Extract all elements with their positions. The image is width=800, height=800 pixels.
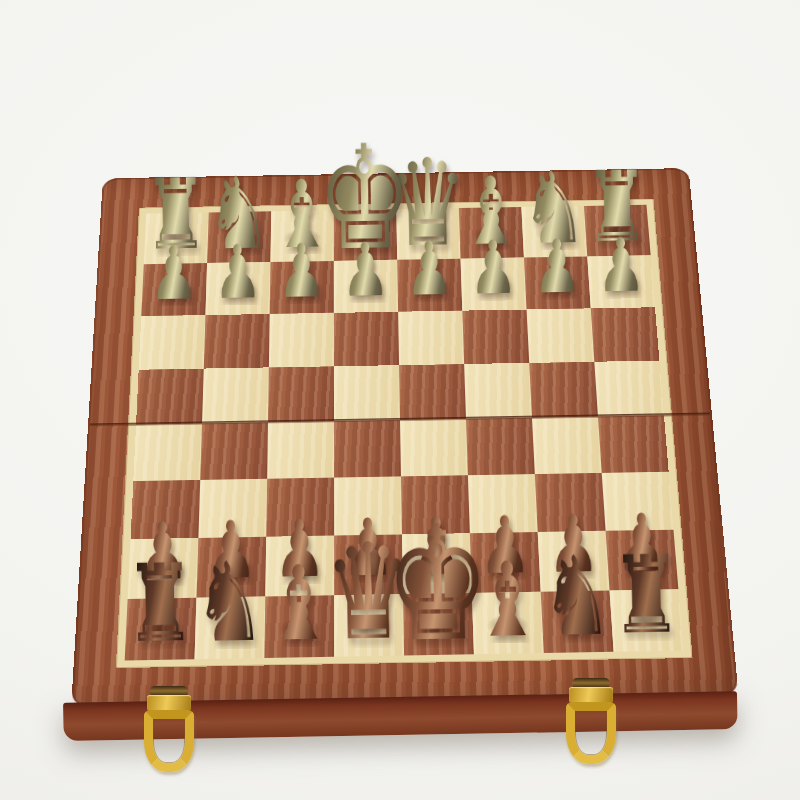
square-d4[interactable] [334, 420, 401, 478]
square-c1[interactable]: ♝ [264, 595, 334, 658]
board-perspective: ♜♞♝♚♛♝♞♜♟♟♟♟♟♟♟♟♟♟♟♟♟♟♟♟♜♞♝♛♚♝♞♜ [0, 0, 800, 800]
latch-left [142, 686, 196, 772]
square-e6[interactable] [398, 311, 464, 366]
square-c7[interactable]: ♟ [270, 261, 334, 314]
square-g1[interactable]: ♞ [541, 590, 614, 653]
square-g4[interactable] [532, 417, 602, 475]
board-frame: ♜♞♝♚♛♝♞♜♟♟♟♟♟♟♟♟♟♟♟♟♟♟♟♟♜♞♝♛♚♝♞♜ [71, 168, 739, 707]
scene: ♜♞♝♚♛♝♞♜♟♟♟♟♟♟♟♟♟♟♟♟♟♟♟♟♜♞♝♛♚♝♞♜ [0, 0, 800, 800]
square-c5[interactable] [268, 366, 334, 422]
square-g7[interactable]: ♟ [524, 256, 591, 309]
square-c6[interactable] [269, 313, 334, 368]
square-b5[interactable] [202, 367, 269, 423]
square-f1[interactable]: ♝ [472, 592, 544, 655]
square-e5[interactable] [399, 364, 466, 420]
latch-loop [144, 710, 194, 772]
square-b1[interactable]: ♞ [195, 596, 266, 659]
latch-hinge-plate [147, 695, 191, 711]
square-c4[interactable] [267, 421, 334, 479]
square-h1[interactable]: ♜ [610, 589, 684, 652]
square-d6[interactable] [334, 312, 399, 367]
square-a6[interactable] [139, 315, 206, 370]
square-a4[interactable] [133, 423, 202, 481]
square-a7[interactable]: ♟ [141, 263, 207, 316]
latch-right [564, 678, 618, 764]
latch-hinge-plate [569, 687, 613, 703]
square-g5[interactable] [529, 362, 598, 418]
square-e4[interactable] [400, 419, 468, 477]
square-h6[interactable] [591, 307, 660, 361]
board-grid: ♜♞♝♚♛♝♞♜♟♟♟♟♟♟♟♟♟♟♟♟♟♟♟♟♜♞♝♛♚♝♞♜ [125, 205, 684, 661]
square-a1[interactable]: ♜ [125, 598, 197, 661]
square-f5[interactable] [464, 363, 532, 419]
square-e1[interactable]: ♚ [403, 593, 474, 656]
square-f4[interactable] [466, 418, 535, 476]
board-border-strip: ♜♞♝♚♛♝♞♜♟♟♟♟♟♟♟♟♟♟♟♟♟♟♟♟♜♞♝♛♚♝♞♜ [116, 199, 693, 668]
square-f7[interactable]: ♟ [461, 258, 527, 311]
square-h5[interactable] [594, 361, 664, 417]
latch-loop [566, 702, 616, 764]
square-h4[interactable] [598, 415, 669, 473]
square-a5[interactable] [136, 369, 204, 425]
square-b7[interactable]: ♟ [205, 262, 270, 315]
square-d5[interactable] [334, 365, 400, 421]
square-d7[interactable]: ♟ [334, 260, 398, 313]
square-h7[interactable]: ♟ [587, 255, 655, 308]
square-b6[interactable] [204, 314, 270, 369]
square-e7[interactable]: ♟ [397, 259, 462, 312]
square-g6[interactable] [527, 308, 595, 362]
square-f6[interactable] [462, 310, 529, 364]
chess-board: ♜♞♝♚♛♝♞♜♟♟♟♟♟♟♟♟♟♟♟♟♟♟♟♟♜♞♝♛♚♝♞♜ [71, 168, 739, 707]
square-b4[interactable] [200, 422, 268, 480]
